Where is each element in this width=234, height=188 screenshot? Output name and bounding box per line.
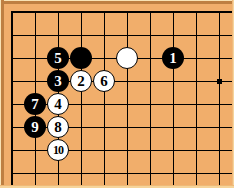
stone-move-number: 8 (54, 119, 62, 134)
grid-line-horizontal (11, 173, 232, 174)
stone-move-number: 9 (31, 119, 39, 134)
grid-line-horizontal (11, 81, 232, 82)
stone-black-5: 5 (47, 47, 69, 69)
stone-move-number: 5 (54, 50, 62, 65)
stone-black-3: 3 (47, 70, 69, 92)
grid-line-vertical (219, 11, 220, 185)
stone-white-plain (116, 47, 138, 69)
stone-black-7: 7 (24, 93, 46, 115)
stone-black-1: 1 (162, 47, 184, 69)
grid-line-vertical (104, 11, 105, 185)
go-board-diagram: 12345678910 (0, 0, 234, 188)
stone-move-number: 3 (54, 73, 62, 88)
stone-white-6: 6 (93, 70, 115, 92)
grid-line-vertical (127, 11, 128, 185)
grid-line-vertical (150, 11, 151, 185)
star-point (217, 79, 222, 84)
go-board: 12345678910 (0, 0, 234, 188)
grid-line-vertical (11, 11, 13, 185)
stone-move-number: 10 (53, 144, 63, 156)
stone-black-plain (70, 47, 92, 69)
grid-line-horizontal (11, 35, 232, 36)
stone-move-number: 4 (54, 96, 62, 111)
grid-line-vertical (196, 11, 197, 185)
stone-white-8: 8 (47, 116, 69, 138)
stone-white-10: 10 (47, 139, 69, 161)
stone-move-number: 2 (77, 73, 85, 88)
grid-line-vertical (81, 11, 82, 185)
stone-move-number: 7 (31, 96, 39, 111)
board-frame-right (232, 0, 234, 188)
stone-black-9: 9 (24, 116, 46, 138)
board-frame-top (0, 0, 234, 4)
grid-line-horizontal (11, 150, 232, 151)
board-frame-bottom (0, 185, 234, 188)
stone-white-2: 2 (70, 70, 92, 92)
stone-move-number: 1 (169, 50, 177, 65)
stone-move-number: 6 (100, 73, 108, 88)
grid-line-vertical (173, 11, 174, 185)
board-frame-left (0, 0, 4, 188)
stone-white-4: 4 (47, 93, 69, 115)
grid-line-horizontal (11, 11, 232, 13)
